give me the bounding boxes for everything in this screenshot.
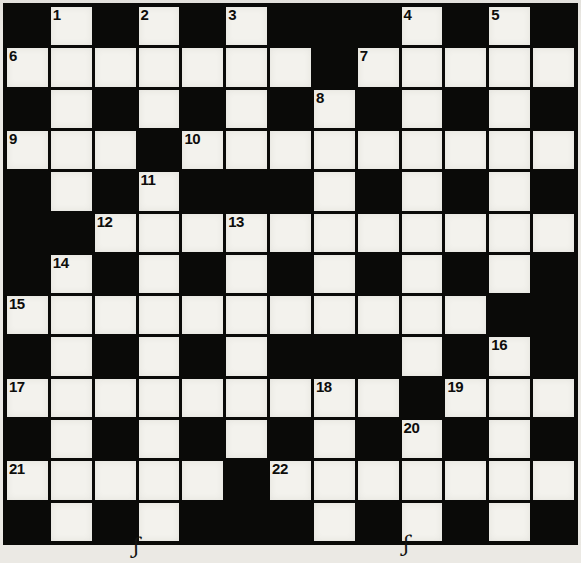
white-cell-r3c10[interactable]	[402, 90, 443, 128]
white-cell-r3c12[interactable]	[489, 90, 530, 128]
black-cell-r10c10	[402, 379, 443, 417]
black-cell-r4c4	[139, 131, 180, 169]
black-cell-r5c5	[182, 172, 223, 210]
clue-number-19: 19	[447, 378, 463, 395]
white-cell-r10c9[interactable]	[358, 379, 399, 417]
white-cell-r5c8[interactable]	[314, 172, 355, 210]
clue-number-15: 15	[9, 295, 25, 312]
black-cell-r13c11	[445, 503, 486, 541]
white-cell-r8c5[interactable]	[182, 296, 223, 334]
white-cell-r3c6[interactable]	[226, 90, 267, 128]
white-cell-r4c7[interactable]	[270, 131, 311, 169]
white-cell-r10c4[interactable]	[139, 379, 180, 417]
white-cell-r13c2[interactable]	[51, 503, 92, 541]
white-cell-r13c8[interactable]	[314, 503, 355, 541]
black-cell-r1c13	[533, 7, 574, 45]
white-cell-r10c2[interactable]	[51, 379, 92, 417]
black-cell-r1c1	[7, 7, 48, 45]
clue-number-16: 16	[491, 336, 507, 353]
black-cell-r7c3	[95, 255, 136, 293]
black-cell-r3c9	[358, 90, 399, 128]
clue-number-22: 22	[272, 460, 288, 477]
clue-number-4: 4	[404, 6, 412, 23]
white-cell-r13c10[interactable]	[402, 503, 443, 541]
black-cell-r3c1	[7, 90, 48, 128]
black-cell-r11c1	[7, 420, 48, 458]
black-cell-r13c6	[226, 503, 267, 541]
white-cell-r12c3[interactable]	[95, 461, 136, 499]
white-cell-r2c11[interactable]	[445, 48, 486, 86]
black-cell-r13c5	[182, 503, 223, 541]
black-cell-r5c11	[445, 172, 486, 210]
white-cell-r6c9[interactable]	[358, 214, 399, 252]
white-cell-r12c10[interactable]	[402, 461, 443, 499]
white-cell-r12c11[interactable]	[445, 461, 486, 499]
white-cell-r10c12[interactable]	[489, 379, 530, 417]
white-cell-r2c10[interactable]	[402, 48, 443, 86]
white-cell-r7c12[interactable]	[489, 255, 530, 293]
white-cell-r1c2[interactable]: 1	[51, 7, 92, 45]
white-cell-r2c3[interactable]	[95, 48, 136, 86]
white-cell-r12c2[interactable]	[51, 461, 92, 499]
white-cell-r5c10[interactable]	[402, 172, 443, 210]
white-cell-r11c4[interactable]	[139, 420, 180, 458]
black-cell-r1c5	[182, 7, 223, 45]
black-cell-r9c3	[95, 337, 136, 375]
black-cell-r3c13	[533, 90, 574, 128]
white-cell-r12c9[interactable]	[358, 461, 399, 499]
black-cell-r3c3	[95, 90, 136, 128]
white-cell-r9c4[interactable]	[139, 337, 180, 375]
black-cell-r7c9	[358, 255, 399, 293]
white-cell-r3c4[interactable]	[139, 90, 180, 128]
white-cell-r6c8[interactable]	[314, 214, 355, 252]
black-cell-r2c8	[314, 48, 355, 86]
white-cell-r11c6[interactable]	[226, 420, 267, 458]
black-cell-r6c2	[51, 214, 92, 252]
white-cell-r2c9[interactable]: 7	[358, 48, 399, 86]
white-cell-r11c12[interactable]	[489, 420, 530, 458]
white-cell-r12c8[interactable]	[314, 461, 355, 499]
white-cell-r12c13[interactable]	[533, 461, 574, 499]
white-cell-r8c2[interactable]	[51, 296, 92, 334]
black-cell-r11c3	[95, 420, 136, 458]
clue-number-6: 6	[9, 47, 17, 64]
clue-number-3: 3	[228, 6, 236, 23]
black-cell-r11c5	[182, 420, 223, 458]
black-cell-r9c8	[314, 337, 355, 375]
white-cell-r7c4[interactable]	[139, 255, 180, 293]
white-cell-r8c10[interactable]	[402, 296, 443, 334]
clue-number-20: 20	[404, 419, 420, 436]
white-cell-r4c12[interactable]	[489, 131, 530, 169]
white-cell-r10c13[interactable]	[533, 379, 574, 417]
white-cell-r2c7[interactable]	[270, 48, 311, 86]
white-cell-r8c11[interactable]	[445, 296, 486, 334]
white-cell-r6c7[interactable]	[270, 214, 311, 252]
white-cell-r3c8[interactable]: 8	[314, 90, 355, 128]
black-cell-r1c11	[445, 7, 486, 45]
clue-number-5: 5	[491, 6, 499, 23]
black-cell-r11c13	[533, 420, 574, 458]
black-cell-r1c9	[358, 7, 399, 45]
white-cell-r4c8[interactable]	[314, 131, 355, 169]
black-cell-r13c1	[7, 503, 48, 541]
black-cell-r3c11	[445, 90, 486, 128]
white-cell-r1c10[interactable]: 4	[402, 7, 443, 45]
white-cell-r9c2[interactable]	[51, 337, 92, 375]
white-cell-r9c10[interactable]	[402, 337, 443, 375]
white-cell-r4c5[interactable]: 10	[182, 131, 223, 169]
white-cell-r6c3[interactable]: 12	[95, 214, 136, 252]
white-cell-r2c2[interactable]	[51, 48, 92, 86]
white-cell-r13c12[interactable]	[489, 503, 530, 541]
white-cell-r2c1[interactable]: 6	[7, 48, 48, 86]
clue-number-13: 13	[228, 213, 244, 230]
black-cell-r6c1	[7, 214, 48, 252]
white-cell-r9c12[interactable]: 16	[489, 337, 530, 375]
black-cell-r9c1	[7, 337, 48, 375]
black-cell-r7c13	[533, 255, 574, 293]
black-cell-r5c6	[226, 172, 267, 210]
black-cell-r9c7	[270, 337, 311, 375]
page-bottom-margin	[0, 545, 581, 563]
white-cell-r4c11[interactable]	[445, 131, 486, 169]
white-cell-r4c2[interactable]	[51, 131, 92, 169]
clue-number-8: 8	[316, 89, 324, 106]
white-cell-r10c8[interactable]: 18	[314, 379, 355, 417]
white-cell-r3c2[interactable]	[51, 90, 92, 128]
white-cell-r8c3[interactable]	[95, 296, 136, 334]
white-cell-r12c4[interactable]	[139, 461, 180, 499]
clue-number-21: 21	[9, 460, 25, 477]
white-cell-r6c11[interactable]	[445, 214, 486, 252]
black-cell-r13c3	[95, 503, 136, 541]
white-cell-r10c3[interactable]	[95, 379, 136, 417]
white-cell-r5c4[interactable]: 11	[139, 172, 180, 210]
white-cell-r7c10[interactable]	[402, 255, 443, 293]
white-cell-r4c10[interactable]	[402, 131, 443, 169]
white-cell-r1c4[interactable]: 2	[139, 7, 180, 45]
black-cell-r7c5	[182, 255, 223, 293]
white-cell-r6c5[interactable]	[182, 214, 223, 252]
white-cell-r12c12[interactable]	[489, 461, 530, 499]
black-cell-r8c13	[533, 296, 574, 334]
white-cell-r7c8[interactable]	[314, 255, 355, 293]
black-cell-r9c11	[445, 337, 486, 375]
white-cell-r4c13[interactable]	[533, 131, 574, 169]
black-cell-r8c12	[489, 296, 530, 334]
white-cell-r10c1[interactable]: 17	[7, 379, 48, 417]
black-cell-r1c3	[95, 7, 136, 45]
white-cell-r6c13[interactable]	[533, 214, 574, 252]
clue-number-12: 12	[97, 213, 113, 230]
clue-number-11: 11	[141, 171, 156, 188]
black-cell-r13c9	[358, 503, 399, 541]
black-cell-r1c7	[270, 7, 311, 45]
white-cell-r2c5[interactable]	[182, 48, 223, 86]
black-cell-r5c3	[95, 172, 136, 210]
white-cell-r9c6[interactable]	[226, 337, 267, 375]
white-cell-r13c4[interactable]	[139, 503, 180, 541]
white-cell-r8c9[interactable]	[358, 296, 399, 334]
crossword-grid: 12345678910111213141516171819202122	[3, 3, 578, 545]
clue-number-17: 17	[9, 378, 25, 395]
white-cell-r2c12[interactable]	[489, 48, 530, 86]
black-cell-r3c7	[270, 90, 311, 128]
black-cell-r5c13	[533, 172, 574, 210]
white-cell-r12c7[interactable]: 22	[270, 461, 311, 499]
white-cell-r10c5[interactable]	[182, 379, 223, 417]
black-cell-r7c7	[270, 255, 311, 293]
black-cell-r5c9	[358, 172, 399, 210]
white-cell-r2c13[interactable]	[533, 48, 574, 86]
white-cell-r2c6[interactable]	[226, 48, 267, 86]
white-cell-r11c2[interactable]	[51, 420, 92, 458]
white-cell-r4c1[interactable]: 9	[7, 131, 48, 169]
white-cell-r7c6[interactable]	[226, 255, 267, 293]
white-cell-r6c4[interactable]	[139, 214, 180, 252]
white-cell-r11c10[interactable]: 20	[402, 420, 443, 458]
white-cell-r4c6[interactable]	[226, 131, 267, 169]
white-cell-r8c8[interactable]	[314, 296, 355, 334]
white-cell-r1c12[interactable]: 5	[489, 7, 530, 45]
white-cell-r2c4[interactable]	[139, 48, 180, 86]
clue-number-18: 18	[316, 378, 332, 395]
clue-number-10: 10	[184, 130, 200, 147]
black-cell-r9c5	[182, 337, 223, 375]
black-cell-r12c6	[226, 461, 267, 499]
white-cell-r10c6[interactable]	[226, 379, 267, 417]
clue-number-2: 2	[141, 6, 149, 23]
white-cell-r5c2[interactable]	[51, 172, 92, 210]
black-cell-r3c5	[182, 90, 223, 128]
white-cell-r8c6[interactable]	[226, 296, 267, 334]
white-cell-r6c6[interactable]: 13	[226, 214, 267, 252]
white-cell-r7c2[interactable]: 14	[51, 255, 92, 293]
white-cell-r6c10[interactable]	[402, 214, 443, 252]
white-cell-r8c1[interactable]: 15	[7, 296, 48, 334]
white-cell-r8c4[interactable]	[139, 296, 180, 334]
white-cell-r6c12[interactable]	[489, 214, 530, 252]
clue-number-7: 7	[360, 47, 368, 64]
white-cell-r10c11[interactable]: 19	[445, 379, 486, 417]
black-cell-r9c13	[533, 337, 574, 375]
black-cell-r7c1	[7, 255, 48, 293]
black-cell-r11c11	[445, 420, 486, 458]
white-cell-r10c7[interactable]	[270, 379, 311, 417]
black-cell-r11c9	[358, 420, 399, 458]
white-cell-r4c3[interactable]	[95, 131, 136, 169]
black-cell-r7c11	[445, 255, 486, 293]
clue-number-9: 9	[9, 130, 17, 147]
black-cell-r13c7	[270, 503, 311, 541]
black-cell-r13c13	[533, 503, 574, 541]
black-cell-r1c8	[314, 7, 355, 45]
white-cell-r12c5[interactable]	[182, 461, 223, 499]
white-cell-r11c8[interactable]	[314, 420, 355, 458]
black-cell-r5c1	[7, 172, 48, 210]
clue-number-1: 1	[53, 6, 61, 23]
white-cell-r4c9[interactable]	[358, 131, 399, 169]
white-cell-r12c1[interactable]: 21	[7, 461, 48, 499]
white-cell-r1c6[interactable]: 3	[226, 7, 267, 45]
white-cell-r8c7[interactable]	[270, 296, 311, 334]
black-cell-r11c7	[270, 420, 311, 458]
white-cell-r5c12[interactable]	[489, 172, 530, 210]
black-cell-r5c7	[270, 172, 311, 210]
clue-number-14: 14	[53, 254, 69, 271]
black-cell-r9c9	[358, 337, 399, 375]
scanned-crossword-page: 12345678910111213141516171819202122 ʃʃ	[0, 0, 581, 563]
